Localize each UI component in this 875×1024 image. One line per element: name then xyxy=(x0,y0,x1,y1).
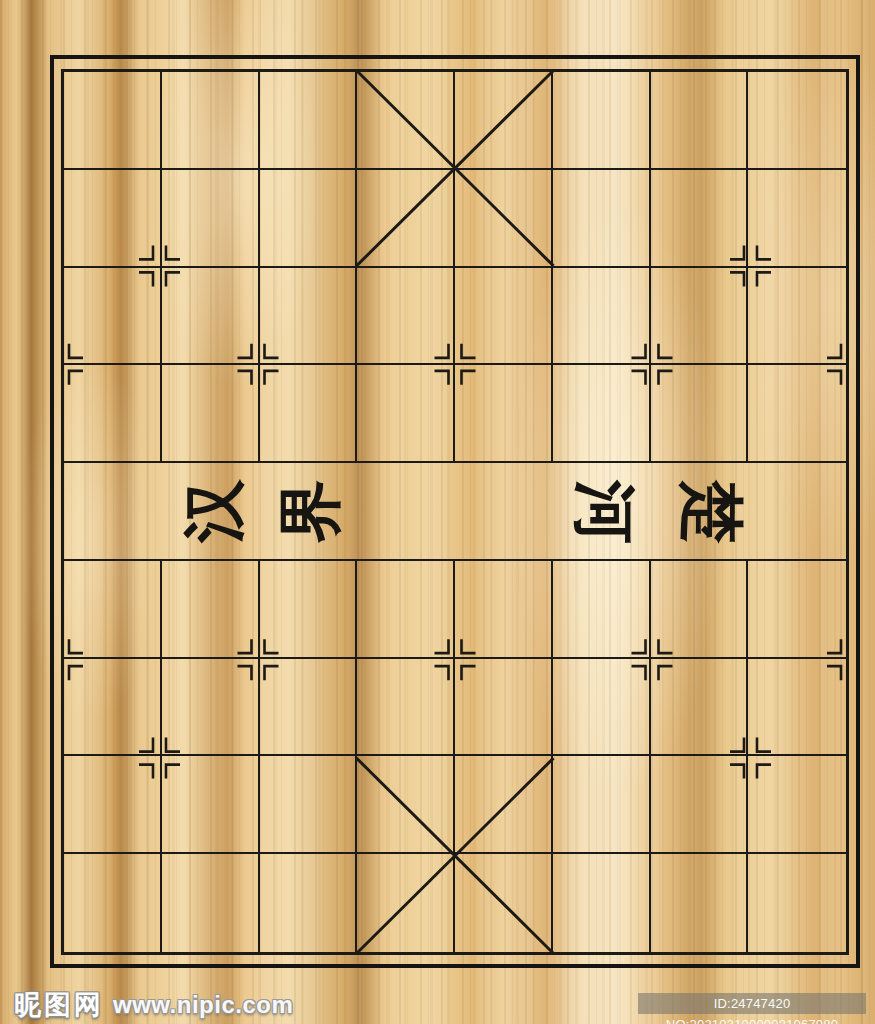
grid-cell xyxy=(553,268,651,366)
board-photo: 汉 界 河 楚 昵图网 www.nipic.com ID:24747420 NO… xyxy=(0,0,875,1024)
river-label-chu: 楚 xyxy=(680,480,744,544)
grid-cell xyxy=(553,365,651,463)
grid-cell xyxy=(651,561,749,659)
river-label-han: 汉 xyxy=(182,479,246,543)
grid-cell xyxy=(260,659,358,757)
grid-cell xyxy=(260,365,358,463)
grid-cell xyxy=(357,659,455,757)
grid-cell xyxy=(455,268,553,366)
grid-cell xyxy=(455,659,553,757)
grid-cell xyxy=(651,268,749,366)
watermark-site-name: 昵图网 xyxy=(14,987,104,1023)
grid-cell xyxy=(64,854,162,952)
grid-cell xyxy=(553,170,651,268)
grid-cell xyxy=(162,561,260,659)
grid-cell xyxy=(748,659,846,757)
grid-cell xyxy=(64,170,162,268)
grid-cell xyxy=(260,854,358,952)
river-label-jie: 界 xyxy=(278,479,342,543)
river-label-he: 河 xyxy=(573,480,637,544)
grid-cell xyxy=(64,463,162,561)
grid-cell xyxy=(455,561,553,659)
grid-cell xyxy=(260,756,358,854)
grid-cell xyxy=(162,268,260,366)
grid-cell xyxy=(64,268,162,366)
grid-cell xyxy=(748,463,846,561)
grid-cell xyxy=(357,170,455,268)
grid-cell xyxy=(748,854,846,952)
grid-cell xyxy=(553,659,651,757)
grid-cell xyxy=(64,72,162,170)
grid-cell xyxy=(455,854,553,952)
watermark-id-bar: ID:24747420 NO:20210310000021067080 xyxy=(638,993,866,1014)
grid-cell xyxy=(553,561,651,659)
watermark-site: 昵图网 www.nipic.com xyxy=(14,990,293,1020)
grid-cell xyxy=(260,268,358,366)
grid-cell xyxy=(455,463,553,561)
grid-cell xyxy=(553,756,651,854)
grid-cell xyxy=(162,72,260,170)
grid-cell xyxy=(651,854,749,952)
grid-cell xyxy=(357,463,455,561)
grid-cell xyxy=(651,72,749,170)
grid-cell xyxy=(651,170,749,268)
grid-cell xyxy=(357,561,455,659)
grid-cell xyxy=(260,561,358,659)
grid-cell xyxy=(357,365,455,463)
grid-cell xyxy=(455,170,553,268)
grid-cell xyxy=(748,756,846,854)
grid-cell xyxy=(357,268,455,366)
grid-cell xyxy=(651,659,749,757)
grid-cell xyxy=(553,854,651,952)
grid-cell xyxy=(357,72,455,170)
grid-cell xyxy=(748,170,846,268)
grid-cell xyxy=(162,170,260,268)
grid-cell xyxy=(748,268,846,366)
grid-cell xyxy=(455,365,553,463)
grid-cell xyxy=(455,72,553,170)
grid-cell xyxy=(553,72,651,170)
grid-cell xyxy=(162,365,260,463)
grid-cell xyxy=(455,756,553,854)
grid-cell xyxy=(64,561,162,659)
grid-cell xyxy=(64,659,162,757)
grid-cell xyxy=(748,561,846,659)
grid-cell xyxy=(357,756,455,854)
grid-cell xyxy=(357,854,455,952)
grid-cell xyxy=(260,72,358,170)
grid-cell xyxy=(260,170,358,268)
grid-cell xyxy=(748,72,846,170)
grid-cell xyxy=(64,365,162,463)
grid-cell xyxy=(651,365,749,463)
grid-cell xyxy=(162,756,260,854)
grid-cell xyxy=(162,854,260,952)
grid-cell xyxy=(64,756,162,854)
grid-cell xyxy=(748,365,846,463)
watermark-site-url: www.nipic.com xyxy=(113,991,293,1019)
grid-cell xyxy=(651,756,749,854)
grid-cell xyxy=(162,659,260,757)
